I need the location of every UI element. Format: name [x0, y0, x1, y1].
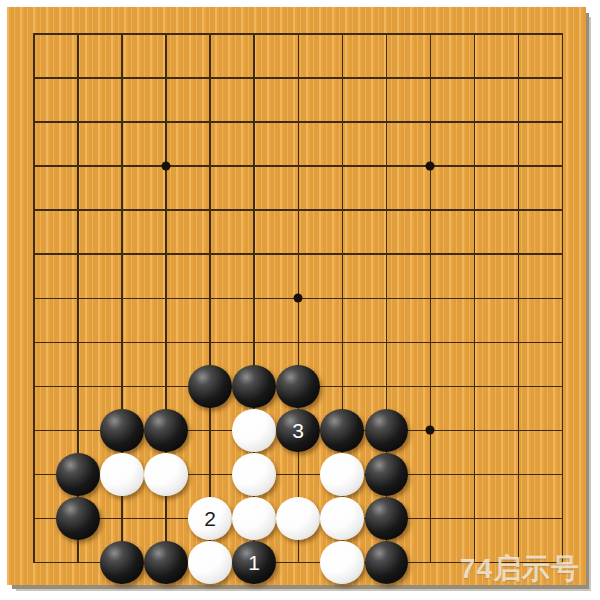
- black-stone: [365, 541, 409, 585]
- black-stone: [320, 409, 364, 453]
- board-cells: 321: [12, 12, 585, 585]
- white-stone: [320, 453, 364, 497]
- move-number-label: 2: [204, 508, 216, 529]
- black-stone: [56, 497, 100, 541]
- go-board: 321: [7, 7, 586, 585]
- black-stone: [365, 453, 409, 497]
- white-stone: [100, 453, 144, 497]
- white-stone: [188, 541, 232, 585]
- black-stone-move-3: 3: [276, 409, 320, 453]
- black-stone: [365, 497, 409, 541]
- white-stone: [144, 453, 188, 497]
- watermark: 74启示号: [460, 550, 580, 588]
- black-stone: [56, 453, 100, 497]
- black-stone-move-1: 1: [232, 541, 276, 585]
- black-stone: [100, 541, 144, 585]
- black-stone: [365, 409, 409, 453]
- white-stone: [232, 453, 276, 497]
- black-stone: [232, 365, 276, 409]
- black-stone: [144, 409, 188, 453]
- black-stone: [144, 541, 188, 585]
- white-stone: [232, 497, 276, 541]
- move-number-label: 1: [248, 552, 260, 573]
- black-stone: [100, 409, 144, 453]
- black-stone: [276, 365, 320, 409]
- white-stone: [232, 409, 276, 453]
- white-stone-move-2: 2: [188, 497, 232, 541]
- white-stone: [320, 541, 364, 585]
- move-number-label: 3: [292, 420, 304, 441]
- black-stone: [188, 365, 232, 409]
- white-stone: [320, 497, 364, 541]
- white-stone: [276, 497, 320, 541]
